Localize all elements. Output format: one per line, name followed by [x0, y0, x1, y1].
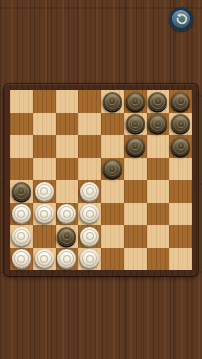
- square-c1[interactable]: [56, 248, 79, 271]
- dark-piece-h7[interactable]: [171, 114, 190, 133]
- square-h1[interactable]: [169, 248, 192, 271]
- square-e1[interactable]: [101, 248, 124, 271]
- square-c5[interactable]: [56, 158, 79, 181]
- square-e2[interactable]: [101, 225, 124, 248]
- dark-piece-f6[interactable]: [126, 137, 145, 156]
- dark-piece-f8[interactable]: [126, 92, 145, 111]
- dark-piece-f7[interactable]: [126, 114, 145, 133]
- square-b7[interactable]: [33, 113, 56, 136]
- square-d7[interactable]: [78, 113, 101, 136]
- square-b1[interactable]: [33, 248, 56, 271]
- square-a5[interactable]: [10, 158, 33, 181]
- square-c4[interactable]: [56, 180, 79, 203]
- restart-icon: [174, 12, 189, 27]
- square-b8[interactable]: [33, 90, 56, 113]
- square-e5[interactable]: [101, 158, 124, 181]
- square-c8[interactable]: [56, 90, 79, 113]
- white-piece-d2[interactable]: [80, 227, 99, 246]
- square-g6[interactable]: [147, 135, 170, 158]
- square-a3[interactable]: [10, 203, 33, 226]
- square-c7[interactable]: [56, 113, 79, 136]
- square-d8[interactable]: [78, 90, 101, 113]
- square-f6[interactable]: [124, 135, 147, 158]
- square-d5[interactable]: [78, 158, 101, 181]
- square-f7[interactable]: [124, 113, 147, 136]
- square-e6[interactable]: [101, 135, 124, 158]
- dark-piece-g7[interactable]: [148, 114, 167, 133]
- white-piece-b1[interactable]: [35, 249, 54, 268]
- square-e7[interactable]: [101, 113, 124, 136]
- square-h8[interactable]: [169, 90, 192, 113]
- square-b2[interactable]: [33, 225, 56, 248]
- square-e3[interactable]: [101, 203, 124, 226]
- white-piece-d3[interactable]: [80, 204, 99, 223]
- square-g4[interactable]: [147, 180, 170, 203]
- square-b4[interactable]: [33, 180, 56, 203]
- square-a6[interactable]: [10, 135, 33, 158]
- dark-piece-a4[interactable]: [12, 182, 31, 201]
- square-b6[interactable]: [33, 135, 56, 158]
- white-piece-c3[interactable]: [57, 204, 76, 223]
- dark-piece-g8[interactable]: [148, 92, 167, 111]
- square-h2[interactable]: [169, 225, 192, 248]
- square-h6[interactable]: [169, 135, 192, 158]
- white-piece-a3[interactable]: [12, 204, 31, 223]
- square-f2[interactable]: [124, 225, 147, 248]
- square-h5[interactable]: [169, 158, 192, 181]
- dark-piece-h8[interactable]: [171, 92, 190, 111]
- white-piece-b4[interactable]: [35, 182, 54, 201]
- square-f5[interactable]: [124, 158, 147, 181]
- square-c6[interactable]: [56, 135, 79, 158]
- square-a1[interactable]: [10, 248, 33, 271]
- square-e4[interactable]: [101, 180, 124, 203]
- square-a2[interactable]: [10, 225, 33, 248]
- square-g1[interactable]: [147, 248, 170, 271]
- square-h7[interactable]: [169, 113, 192, 136]
- dark-piece-e8[interactable]: [103, 92, 122, 111]
- square-d6[interactable]: [78, 135, 101, 158]
- square-f1[interactable]: [124, 248, 147, 271]
- square-e8[interactable]: [101, 90, 124, 113]
- square-a4[interactable]: [10, 180, 33, 203]
- square-d2[interactable]: [78, 225, 101, 248]
- white-piece-d4[interactable]: [80, 182, 99, 201]
- square-c2[interactable]: [56, 225, 79, 248]
- square-g8[interactable]: [147, 90, 170, 113]
- square-g3[interactable]: [147, 203, 170, 226]
- board-grid: [10, 90, 192, 270]
- white-piece-a2[interactable]: [12, 227, 31, 246]
- square-g5[interactable]: [147, 158, 170, 181]
- square-d1[interactable]: [78, 248, 101, 271]
- white-piece-a1[interactable]: [12, 249, 31, 268]
- square-g2[interactable]: [147, 225, 170, 248]
- white-piece-b3[interactable]: [35, 204, 54, 223]
- square-d4[interactable]: [78, 180, 101, 203]
- white-piece-d1[interactable]: [80, 249, 99, 268]
- square-g7[interactable]: [147, 113, 170, 136]
- game-screen: [0, 0, 202, 359]
- dark-piece-c2[interactable]: [57, 227, 76, 246]
- white-piece-c1[interactable]: [57, 249, 76, 268]
- square-a8[interactable]: [10, 90, 33, 113]
- dark-piece-h6[interactable]: [171, 137, 190, 156]
- square-f3[interactable]: [124, 203, 147, 226]
- restart-button[interactable]: [169, 7, 193, 31]
- square-h4[interactable]: [169, 180, 192, 203]
- square-f4[interactable]: [124, 180, 147, 203]
- board: [4, 84, 198, 276]
- square-d3[interactable]: [78, 203, 101, 226]
- square-h3[interactable]: [169, 203, 192, 226]
- dark-piece-e5[interactable]: [103, 159, 122, 178]
- square-f8[interactable]: [124, 90, 147, 113]
- square-a7[interactable]: [10, 113, 33, 136]
- square-b5[interactable]: [33, 158, 56, 181]
- square-c3[interactable]: [56, 203, 79, 226]
- square-b3[interactable]: [33, 203, 56, 226]
